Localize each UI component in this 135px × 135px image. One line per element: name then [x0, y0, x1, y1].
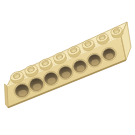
product-image-canvas: [0, 0, 135, 135]
lego-technic-brick-1x8-render: [0, 0, 135, 135]
